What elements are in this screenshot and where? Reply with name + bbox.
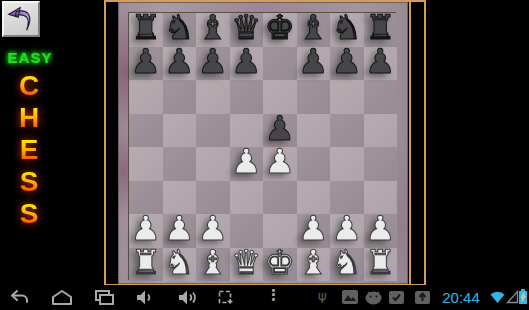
square-h4[interactable]	[364, 147, 398, 181]
black-pawn-b7[interactable]: ♟	[164, 45, 194, 78]
export-icon[interactable]	[414, 289, 431, 305]
usb-icon[interactable]: ψ	[318, 288, 327, 303]
black-pawn-c7[interactable]: ♟	[198, 45, 228, 78]
square-f1[interactable]: ♝	[297, 248, 331, 282]
white-queen-d1[interactable]: ♛	[231, 246, 261, 279]
chess-board-grid: ♜♞♝♛♚♝♞♜♟♟♟♟♟♟♟♟♟♟♟♟♟♟♟♟♜♞♝♛♚♝♞♜	[128, 12, 396, 280]
system-navbar: ⋮ ψ 20:44	[0, 285, 529, 310]
black-pawn-h7[interactable]: ♟	[365, 45, 395, 78]
status-clock[interactable]: 20:44	[434, 289, 488, 306]
square-e7[interactable]	[263, 47, 297, 81]
black-queen-d8[interactable]: ♛	[231, 11, 261, 44]
square-h6[interactable]	[364, 80, 398, 114]
task-check-icon[interactable]	[388, 289, 405, 305]
app-title-easy: EASY	[0, 49, 60, 66]
black-king-e8[interactable]: ♚	[265, 11, 295, 44]
square-d7[interactable]: ♟	[230, 47, 264, 81]
recents-icon[interactable]	[93, 289, 115, 306]
square-d3[interactable]	[230, 181, 264, 215]
white-bishop-c1[interactable]: ♝	[198, 246, 228, 279]
black-knight-b8[interactable]: ♞	[164, 11, 194, 44]
square-f4[interactable]	[297, 147, 331, 181]
square-f6[interactable]	[297, 80, 331, 114]
square-g6[interactable]	[330, 80, 364, 114]
android-debug-icon[interactable]	[364, 289, 383, 305]
white-knight-b1[interactable]: ♞	[164, 246, 194, 279]
black-pawn-d7[interactable]: ♟	[231, 45, 261, 78]
app-title-chess: C H E S S	[0, 70, 58, 230]
square-d4[interactable]: ♟	[230, 147, 264, 181]
black-pawn-f7[interactable]: ♟	[298, 45, 328, 78]
square-c7[interactable]: ♟	[196, 47, 230, 81]
white-pawn-f2[interactable]: ♟	[298, 212, 328, 245]
square-h1[interactable]: ♜	[364, 248, 398, 282]
title-letter: E	[0, 134, 58, 166]
square-e1[interactable]: ♚	[263, 248, 297, 282]
square-e4[interactable]: ♟	[263, 147, 297, 181]
white-rook-h1[interactable]: ♜	[365, 246, 395, 279]
volume-down-icon[interactable]	[135, 289, 155, 306]
square-c6[interactable]	[196, 80, 230, 114]
square-a5[interactable]	[129, 114, 163, 148]
title-letter: S	[0, 198, 58, 230]
home-icon[interactable]	[50, 289, 74, 306]
square-b4[interactable]	[163, 147, 197, 181]
square-g1[interactable]: ♞	[330, 248, 364, 282]
square-f7[interactable]: ♟	[297, 47, 331, 81]
volume-up-icon[interactable]	[177, 289, 199, 306]
black-bishop-c8[interactable]: ♝	[198, 11, 228, 44]
menu-icon[interactable]: ⋮	[266, 286, 281, 304]
square-a4[interactable]	[129, 147, 163, 181]
chess-board: ♜♞♝♛♚♝♞♜♟♟♟♟♟♟♟♟♟♟♟♟♟♟♟♟♜♞♝♛♚♝♞♜	[118, 2, 408, 284]
square-c5[interactable]	[196, 114, 230, 148]
undo-arrow-icon	[6, 5, 36, 33]
square-h5[interactable]	[364, 114, 398, 148]
back-icon[interactable]	[10, 289, 30, 306]
black-rook-h8[interactable]: ♜	[365, 11, 395, 44]
square-d1[interactable]: ♛	[230, 248, 264, 282]
square-e3[interactable]	[263, 181, 297, 215]
screenshot-icon[interactable]	[217, 289, 235, 307]
square-g5[interactable]	[330, 114, 364, 148]
square-b1[interactable]: ♞	[163, 248, 197, 282]
white-pawn-a2[interactable]: ♟	[131, 212, 161, 245]
gallery-icon[interactable]	[341, 289, 359, 305]
square-g7[interactable]: ♟	[330, 47, 364, 81]
wifi-icon	[489, 290, 506, 304]
square-a6[interactable]	[129, 80, 163, 114]
square-a1[interactable]: ♜	[129, 248, 163, 282]
white-pawn-e4[interactable]: ♟	[265, 145, 295, 178]
black-rook-a8[interactable]: ♜	[131, 11, 161, 44]
square-g4[interactable]	[330, 147, 364, 181]
white-pawn-g2[interactable]: ♟	[332, 212, 362, 245]
square-c1[interactable]: ♝	[196, 248, 230, 282]
white-bishop-f1[interactable]: ♝	[298, 246, 328, 279]
white-pawn-h2[interactable]: ♟	[365, 212, 395, 245]
black-pawn-e5[interactable]: ♟	[265, 112, 295, 145]
square-e8[interactable]: ♚	[263, 13, 297, 47]
white-pawn-b2[interactable]: ♟	[164, 212, 194, 245]
white-pawn-d4[interactable]: ♟	[231, 145, 261, 178]
title-letter: S	[0, 166, 58, 198]
white-knight-g1[interactable]: ♞	[332, 246, 362, 279]
black-bishop-f8[interactable]: ♝	[298, 11, 328, 44]
white-king-e1[interactable]: ♚	[265, 246, 295, 279]
undo-button[interactable]	[2, 1, 40, 37]
app-screen: EASY C H E S S ♜♞♝♛♚♝♞♜♟♟♟♟♟♟♟♟♟♟♟♟♟♟♟♟♜…	[0, 0, 529, 310]
battery-charging-icon	[518, 288, 528, 306]
white-rook-a1[interactable]: ♜	[131, 246, 161, 279]
frame-divider-line	[409, 2, 411, 284]
title-letter: H	[0, 102, 58, 134]
square-h7[interactable]: ♟	[364, 47, 398, 81]
square-b7[interactable]: ♟	[163, 47, 197, 81]
square-c4[interactable]	[196, 147, 230, 181]
title-letter: C	[0, 70, 58, 102]
black-knight-g8[interactable]: ♞	[332, 11, 362, 44]
black-pawn-a7[interactable]: ♟	[131, 45, 161, 78]
white-pawn-c2[interactable]: ♟	[198, 212, 228, 245]
square-a7[interactable]: ♟	[129, 47, 163, 81]
square-b5[interactable]	[163, 114, 197, 148]
black-pawn-g7[interactable]: ♟	[332, 45, 362, 78]
square-f5[interactable]	[297, 114, 331, 148]
square-d6[interactable]	[230, 80, 264, 114]
square-b6[interactable]	[163, 80, 197, 114]
